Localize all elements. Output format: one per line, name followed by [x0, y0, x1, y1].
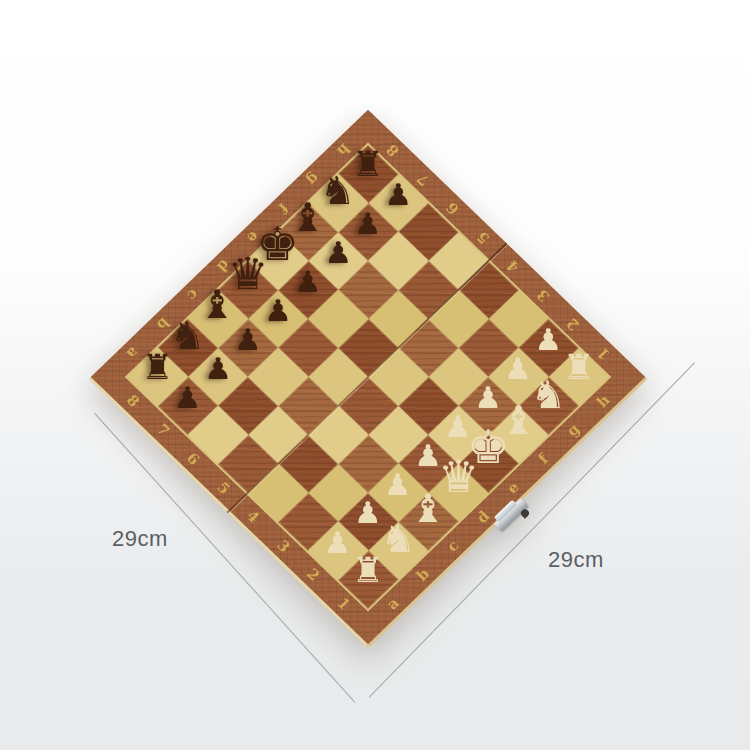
- piece-black-pawn-b7: ♟: [204, 354, 232, 384]
- piece-black-pawn-g7: ♟: [354, 209, 382, 239]
- piece-white-rook-a1: ♜: [352, 553, 384, 588]
- piece-black-pawn-f7: ♟: [324, 238, 352, 268]
- piece-black-pawn-e7: ♟: [294, 267, 322, 297]
- chess-board: ♜♞♝♛♚♝♞♜♟♟♟♟♟♟♟♟♟♟♟♟♟♟♟♟♜♞♝♛♚♝♞♜ aabbccd…: [91, 110, 645, 644]
- piece-white-pawn-b2: ♟: [354, 499, 382, 529]
- piece-white-pawn-a2: ♟: [324, 528, 352, 558]
- board-wrap: ♜♞♝♛♚♝♞♜♟♟♟♟♟♟♟♟♟♟♟♟♟♟♟♟♜♞♝♛♚♝♞♜ aabbccd…: [0, 0, 750, 750]
- piece-white-pawn-g2: ♟: [504, 354, 532, 384]
- piece-black-pawn-d7: ♟: [264, 296, 292, 326]
- piece-black-pawn-c7: ♟: [234, 325, 262, 355]
- piece-white-knight-b1: ♞: [380, 519, 416, 558]
- piece-white-pawn-c2: ♟: [384, 470, 412, 500]
- product-photo: 29cm 29cm ♜♞♝♛♚♝♞♜♟♟♟♟♟♟♟♟♟♟♟♟♟♟♟♟♜♞♝♛♚♝…: [0, 0, 750, 750]
- piece-white-pawn-f2: ♟: [474, 383, 502, 413]
- piece-black-pawn-a7: ♟: [174, 383, 202, 413]
